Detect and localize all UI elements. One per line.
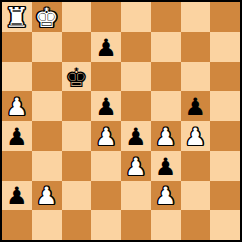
white-pawn[interactable]: ♟ xyxy=(36,184,58,208)
square-h3[interactable] xyxy=(210,151,240,181)
square-b2[interactable]: ♟ xyxy=(32,181,62,211)
square-a1[interactable] xyxy=(2,210,32,240)
square-h6[interactable] xyxy=(210,62,240,92)
white-pawn[interactable]: ♟ xyxy=(6,95,28,119)
square-c2[interactable] xyxy=(62,181,92,211)
white-pawn[interactable]: ♟ xyxy=(155,125,177,149)
square-e8[interactable] xyxy=(121,2,151,32)
black-pawn[interactable]: ♟ xyxy=(6,125,28,149)
square-b4[interactable] xyxy=(32,121,62,151)
square-h4[interactable] xyxy=(210,121,240,151)
square-d4[interactable]: ♟ xyxy=(91,121,121,151)
black-pawn[interactable]: ♟ xyxy=(125,125,147,149)
square-d3[interactable] xyxy=(91,151,121,181)
square-c4[interactable] xyxy=(62,121,92,151)
square-b5[interactable] xyxy=(32,91,62,121)
white-pawn[interactable]: ♟ xyxy=(155,184,177,208)
square-d8[interactable] xyxy=(91,2,121,32)
white-pawn[interactable]: ♟ xyxy=(95,125,117,149)
square-a7[interactable] xyxy=(2,32,32,62)
square-e1[interactable] xyxy=(121,210,151,240)
square-f5[interactable] xyxy=(151,91,181,121)
square-e5[interactable] xyxy=(121,91,151,121)
square-d2[interactable] xyxy=(91,181,121,211)
chess-board: ♜♚♟♚♟♟♟♟♟♟♟♟♟♟♟♟♟ xyxy=(2,2,240,240)
black-pawn[interactable]: ♟ xyxy=(185,95,207,119)
square-g8[interactable] xyxy=(181,2,211,32)
white-pawn[interactable]: ♟ xyxy=(125,155,147,179)
square-g5[interactable]: ♟ xyxy=(181,91,211,121)
square-f7[interactable] xyxy=(151,32,181,62)
square-c5[interactable] xyxy=(62,91,92,121)
square-f1[interactable] xyxy=(151,210,181,240)
square-g2[interactable] xyxy=(181,181,211,211)
square-a8[interactable]: ♜ xyxy=(2,2,32,32)
square-b3[interactable] xyxy=(32,151,62,181)
square-h5[interactable] xyxy=(210,91,240,121)
square-f2[interactable]: ♟ xyxy=(151,181,181,211)
square-g4[interactable]: ♟ xyxy=(181,121,211,151)
black-pawn[interactable]: ♟ xyxy=(95,36,117,60)
square-g7[interactable] xyxy=(181,32,211,62)
white-rook[interactable]: ♜ xyxy=(5,4,29,31)
black-pawn[interactable]: ♟ xyxy=(95,95,117,119)
white-pawn[interactable]: ♟ xyxy=(185,125,207,149)
square-h1[interactable] xyxy=(210,210,240,240)
square-f3[interactable]: ♟ xyxy=(151,151,181,181)
square-a6[interactable] xyxy=(2,62,32,92)
square-a3[interactable] xyxy=(2,151,32,181)
square-d5[interactable]: ♟ xyxy=(91,91,121,121)
square-e3[interactable]: ♟ xyxy=(121,151,151,181)
square-b8[interactable]: ♚ xyxy=(32,2,62,32)
square-d1[interactable] xyxy=(91,210,121,240)
square-e2[interactable] xyxy=(121,181,151,211)
square-d7[interactable]: ♟ xyxy=(91,32,121,62)
square-c7[interactable] xyxy=(62,32,92,62)
square-g3[interactable] xyxy=(181,151,211,181)
black-king[interactable]: ♚ xyxy=(64,64,88,91)
square-c1[interactable] xyxy=(62,210,92,240)
square-c3[interactable] xyxy=(62,151,92,181)
square-a5[interactable]: ♟ xyxy=(2,91,32,121)
square-d6[interactable] xyxy=(91,62,121,92)
square-c6[interactable]: ♚ xyxy=(62,62,92,92)
square-h8[interactable] xyxy=(210,2,240,32)
square-c8[interactable] xyxy=(62,2,92,32)
square-a4[interactable]: ♟ xyxy=(2,121,32,151)
square-b1[interactable] xyxy=(32,210,62,240)
white-king[interactable]: ♚ xyxy=(35,4,59,31)
square-b6[interactable] xyxy=(32,62,62,92)
square-h7[interactable] xyxy=(210,32,240,62)
square-b7[interactable] xyxy=(32,32,62,62)
square-e6[interactable] xyxy=(121,62,151,92)
black-pawn[interactable]: ♟ xyxy=(155,155,177,179)
square-e7[interactable] xyxy=(121,32,151,62)
square-g1[interactable] xyxy=(181,210,211,240)
square-a2[interactable]: ♟ xyxy=(2,181,32,211)
chess-board-frame: ♜♚♟♚♟♟♟♟♟♟♟♟♟♟♟♟♟ xyxy=(0,0,242,242)
square-f4[interactable]: ♟ xyxy=(151,121,181,151)
square-e4[interactable]: ♟ xyxy=(121,121,151,151)
square-h2[interactable] xyxy=(210,181,240,211)
square-g6[interactable] xyxy=(181,62,211,92)
square-f6[interactable] xyxy=(151,62,181,92)
square-f8[interactable] xyxy=(151,2,181,32)
black-pawn[interactable]: ♟ xyxy=(6,184,28,208)
